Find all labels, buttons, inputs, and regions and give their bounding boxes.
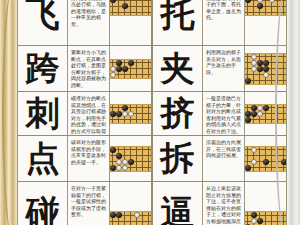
board-intersection (146, 165, 152, 171)
term-description: 在对方一子旁紧贴着下的行棋，一般是试探性的手段或为了借劲整形。 (68, 182, 110, 225)
table-row: 碰 在对方一子旁紧贴着下的行棋，一般是试探性的手段或为了借劲整形。 逼 从边上发… (18, 182, 286, 225)
term-entry-ci: 刺 瞄准对方的断点或其他弱点，在其旁边行棋威胁对方，利用先手的优势，通过刺的方式… (18, 92, 151, 135)
term-description: 瞄准对方的断点或其他弱点，在其旁边行棋威胁对方，利用先手的优势，通过刺的方式可以… (68, 92, 110, 135)
term-description: 紧贴对方行棋，位置是在对方棋子的下面，有托举之意，故名为托。 (203, 0, 245, 45)
term-character: 托 (153, 0, 203, 45)
term-entry-ji: 挤 一般是借助己方棋子的力量，针对对方的断点或者利用对方气紧的弱点插入式点在对方… (151, 92, 286, 135)
page-curl-right (287, 0, 300, 225)
board-intersection (146, 224, 152, 225)
terms-table: 飞 在己方棋子斜线方向的对角交叉点处行棋，与跳的道理相似，是一种常见的棋形。 托… (17, 0, 287, 225)
term-character: 点 (18, 136, 68, 181)
term-character: 逼 (153, 182, 203, 225)
go-board-diagram (110, 105, 151, 123)
board-diagram-cell (110, 46, 151, 91)
board-intersection (146, 9, 152, 15)
go-board-diagram (110, 0, 151, 15)
term-character: 碰 (18, 182, 68, 225)
table-row: 点 破坏对方的眼形或棋形的手段，点常常是攻杀时的关键一手。 拆 沿着边的方向展开… (18, 136, 286, 182)
page-curl-left (0, 0, 17, 225)
board-diagram-cell (110, 182, 151, 225)
term-entry-kua: 跨 紧靠对方小飞的断点，在其断点处行棋，意图是分断对方棋子，因此容易被称为跨断。 (18, 46, 151, 91)
table-row: 飞 在己方棋子斜线方向的对角交叉点处行棋，与跳的道理相似，是一种常见的棋形。 托… (18, 0, 286, 46)
term-description: 利用两边的棋子夹击对方，从而产生攻击的手段。 (203, 46, 245, 91)
table-row: 跨 紧靠对方小飞的断点，在其断点处行棋，意图是分断对方棋子，因此容易被称为跨断。… (18, 46, 286, 92)
board-diagram-cell (110, 136, 151, 181)
term-entry-tuo: 托 紧贴对方行棋，位置是在对方棋子的下面，有托举之意，故名为托。 (151, 0, 286, 45)
board-diagram-cell (110, 92, 151, 135)
term-entry-fei: 飞 在己方棋子斜线方向的对角交叉点处行棋，与跳的道理相似，是一种常见的棋形。 (18, 0, 151, 45)
term-description: 破坏对方的眼形或棋形的手段，点常常是攻杀时的关键一手。 (68, 136, 110, 181)
term-description: 沿着边的方向展开，在三线或者四线进行拓展。 (203, 136, 245, 181)
term-entry-bi: 逼 从边上发起进攻阻止对方拆展的下法，逼不会直接贴在对方的棋子上，通过对对方根据… (151, 182, 286, 225)
page-curl-line-right (275, 0, 297, 225)
term-character: 挤 (153, 92, 203, 135)
term-character: 跨 (18, 46, 68, 91)
term-character: 夹 (153, 46, 203, 91)
term-character: 飞 (18, 0, 68, 45)
go-board-diagram (110, 147, 151, 171)
term-description: 从边上发起进攻阻止对方拆展的下法，逼不会直接贴在对方的棋子上，通过对对方根据地施… (203, 182, 245, 225)
term-description: 紧靠对方小飞的断点，在其断点处行棋，意图是分断对方棋子，因此容易被称为跨断。 (68, 46, 110, 91)
board-intersection (146, 117, 152, 123)
go-terms-chart-page: 飞 在己方棋子斜线方向的对角交叉点处行棋，与跳的道理相似，是一种常见的棋形。 托… (0, 0, 300, 225)
board-diagram-cell (110, 0, 151, 45)
table-row: 刺 瞄准对方的断点或其他弱点，在其旁边行棋威胁对方，利用先手的优势，通过刺的方式… (18, 92, 286, 136)
term-character: 刺 (18, 92, 68, 135)
term-entry-jia: 夹 利用两边的棋子夹击对方，从而产生攻击的手段。 (151, 46, 286, 91)
term-entry-dian: 点 破坏对方的眼形或棋形的手段，点常常是攻杀时的关键一手。 (18, 136, 151, 181)
go-board-diagram (110, 212, 151, 225)
term-entry-peng: 碰 在对方一子旁紧贴着下的行棋，一般是试探性的手段或为了借劲整形。 (18, 182, 151, 225)
term-description: 在己方棋子斜线方向的对角交叉点处行棋，与跳的道理相似，是一种常见的棋形。 (68, 0, 110, 45)
board-intersection (146, 72, 152, 78)
term-entry-chai: 拆 沿着边的方向展开，在三线或者四线进行拓展。 (151, 136, 286, 181)
go-board-diagram (110, 60, 151, 78)
term-character: 拆 (153, 136, 203, 181)
term-description: 一般是借助己方棋子的力量，针对对方的断点或者利用对方气紧的弱点插入式点在对方的下… (203, 92, 245, 135)
